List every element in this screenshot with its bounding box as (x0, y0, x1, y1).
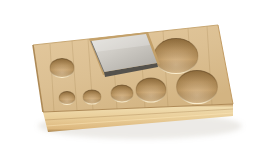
pit-bottom-2-shading (83, 90, 101, 104)
pit-bottom-4-shading (136, 78, 166, 102)
pit-top-left-shading (50, 59, 74, 78)
dapping-block-photo (0, 0, 265, 159)
pit-bottom-5-shading (177, 71, 218, 104)
pit-bottom-1-shading (59, 92, 75, 105)
product-photo (0, 0, 265, 159)
pit-bottom-3-shading (111, 85, 133, 102)
pit-top-right-shading (154, 39, 198, 74)
